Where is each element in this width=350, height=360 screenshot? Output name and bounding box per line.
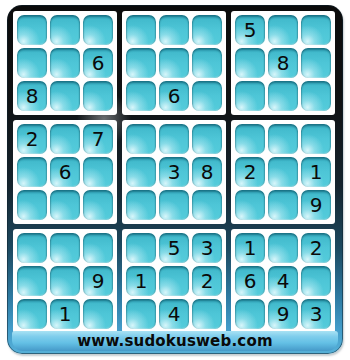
cell-r7c4[interactable] <box>126 233 156 263</box>
cell-r6c7[interactable] <box>235 190 265 220</box>
cell-r2c8[interactable]: 8 <box>268 48 298 78</box>
cell-r5c4[interactable] <box>126 157 156 187</box>
cell-r9c6[interactable] <box>192 299 222 329</box>
cell-r3c1[interactable]: 8 <box>17 81 47 111</box>
cell-r6c3[interactable] <box>83 190 113 220</box>
site-url: www.sudokusweb.com <box>77 332 272 350</box>
cell-r3c6[interactable] <box>192 81 222 111</box>
cell-r9c7[interactable] <box>235 299 265 329</box>
cell-r1c7[interactable]: 5 <box>235 15 265 45</box>
cell-r6c2[interactable] <box>50 190 80 220</box>
cell-r8c3[interactable]: 9 <box>83 266 113 296</box>
box-r2c3: 219 <box>231 120 335 224</box>
cell-r9c1[interactable] <box>17 299 47 329</box>
cell-r6c8[interactable] <box>268 190 298 220</box>
cell-r7c5[interactable]: 5 <box>159 233 189 263</box>
cell-r2c4[interactable] <box>126 48 156 78</box>
cell-r9c3[interactable] <box>83 299 113 329</box>
cell-r5c8[interactable] <box>268 157 298 187</box>
cell-r5c5[interactable]: 3 <box>159 157 189 187</box>
cell-r8c9[interactable] <box>301 266 331 296</box>
cell-r2c9[interactable] <box>301 48 331 78</box>
cell-r1c6[interactable] <box>192 15 222 45</box>
cell-r6c4[interactable] <box>126 190 156 220</box>
cell-r8c4[interactable]: 1 <box>126 266 156 296</box>
cell-r3c4[interactable] <box>126 81 156 111</box>
cell-r6c6[interactable] <box>192 190 222 220</box>
cell-r8c7[interactable]: 6 <box>235 266 265 296</box>
cell-r4c3[interactable]: 7 <box>83 124 113 154</box>
cell-r5c2[interactable]: 6 <box>50 157 80 187</box>
cell-r8c5[interactable] <box>159 266 189 296</box>
cell-r1c2[interactable] <box>50 15 80 45</box>
cell-r9c8[interactable]: 9 <box>268 299 298 329</box>
cell-r4c7[interactable] <box>235 124 265 154</box>
cell-r2c5[interactable] <box>159 48 189 78</box>
cell-r3c9[interactable] <box>301 81 331 111</box>
cell-r4c8[interactable] <box>268 124 298 154</box>
box-r1c3: 58 <box>231 11 335 115</box>
cell-r7c7[interactable]: 1 <box>235 233 265 263</box>
box-r3c3: 126493 <box>231 229 335 333</box>
cell-r5c6[interactable]: 8 <box>192 157 222 187</box>
cell-r5c3[interactable] <box>83 157 113 187</box>
cell-r5c9[interactable]: 1 <box>301 157 331 187</box>
box-r1c2: 6 <box>122 11 226 115</box>
cell-r6c5[interactable] <box>159 190 189 220</box>
cell-r1c3[interactable] <box>83 15 113 45</box>
cell-r7c1[interactable] <box>17 233 47 263</box>
cell-r3c8[interactable] <box>268 81 298 111</box>
cell-r9c2[interactable]: 1 <box>50 299 80 329</box>
cell-r2c3[interactable]: 6 <box>83 48 113 78</box>
cell-r9c4[interactable] <box>126 299 156 329</box>
cell-r6c9[interactable]: 9 <box>301 190 331 220</box>
cell-r6c1[interactable] <box>17 190 47 220</box>
cell-r2c1[interactable] <box>17 48 47 78</box>
cell-r3c5[interactable]: 6 <box>159 81 189 111</box>
box-r2c2: 38 <box>122 120 226 224</box>
cell-r8c6[interactable]: 2 <box>192 266 222 296</box>
footer-bar: www.sudokusweb.com <box>12 331 338 351</box>
cell-r1c4[interactable] <box>126 15 156 45</box>
cell-r4c5[interactable] <box>159 124 189 154</box>
cell-r7c8[interactable] <box>268 233 298 263</box>
cell-r5c7[interactable]: 2 <box>235 157 265 187</box>
cell-r3c7[interactable] <box>235 81 265 111</box>
cell-r7c3[interactable] <box>83 233 113 263</box>
cell-r1c8[interactable] <box>268 15 298 45</box>
box-r3c1: 91 <box>13 229 117 333</box>
cell-r2c7[interactable] <box>235 48 265 78</box>
cell-r2c2[interactable] <box>50 48 80 78</box>
cell-r7c2[interactable] <box>50 233 80 263</box>
board-frame: 68658276382199153124126493 www.sudokuswe… <box>7 5 343 354</box>
cell-r4c2[interactable] <box>50 124 80 154</box>
cell-r1c9[interactable] <box>301 15 331 45</box>
cell-r7c6[interactable]: 3 <box>192 233 222 263</box>
box-r2c1: 276 <box>13 120 117 224</box>
cell-r9c5[interactable]: 4 <box>159 299 189 329</box>
box-r1c1: 68 <box>13 11 117 115</box>
cell-r5c1[interactable] <box>17 157 47 187</box>
cell-r9c9[interactable]: 3 <box>301 299 331 329</box>
cell-r8c2[interactable] <box>50 266 80 296</box>
cell-r8c1[interactable] <box>17 266 47 296</box>
cell-r8c8[interactable]: 4 <box>268 266 298 296</box>
cell-r3c2[interactable] <box>50 81 80 111</box>
cell-r3c3[interactable] <box>83 81 113 111</box>
cell-r1c1[interactable] <box>17 15 47 45</box>
cell-r1c5[interactable] <box>159 15 189 45</box>
cell-r4c4[interactable] <box>126 124 156 154</box>
cell-r4c6[interactable] <box>192 124 222 154</box>
cell-r7c9[interactable]: 2 <box>301 233 331 263</box>
cell-r2c6[interactable] <box>192 48 222 78</box>
cell-r4c9[interactable] <box>301 124 331 154</box>
box-r3c2: 53124 <box>122 229 226 333</box>
sudoku-grid: 68658276382199153124126493 <box>13 11 335 333</box>
cell-r4c1[interactable]: 2 <box>17 124 47 154</box>
sudoku-page: 68658276382199153124126493 www.sudokuswe… <box>0 0 350 360</box>
